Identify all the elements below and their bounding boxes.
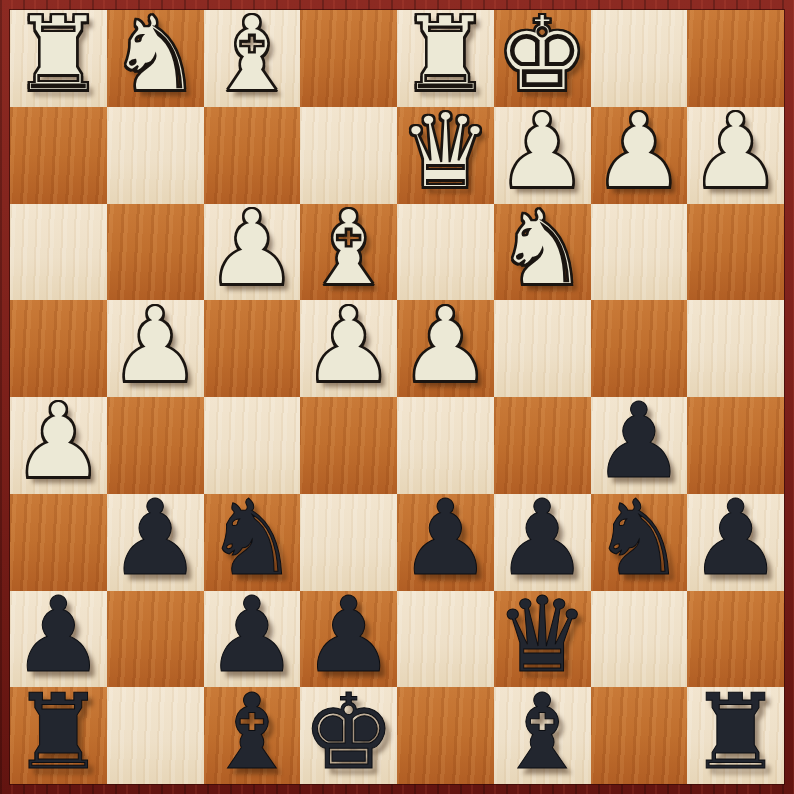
square-e1[interactable]	[300, 10, 397, 107]
square-g6[interactable]: ♟	[107, 494, 204, 591]
square-b5[interactable]: ♟	[591, 397, 688, 494]
square-a7[interactable]	[687, 591, 784, 688]
square-h6[interactable]	[10, 494, 107, 591]
white-knight[interactable]: ♞	[109, 10, 202, 106]
square-c6[interactable]: ♟	[494, 494, 591, 591]
square-b7[interactable]	[591, 591, 688, 688]
square-c4[interactable]	[494, 300, 591, 397]
square-g3[interactable]	[107, 204, 204, 301]
square-f3[interactable]: ♟	[204, 204, 301, 301]
square-g4[interactable]: ♟	[107, 300, 204, 397]
white-bishop[interactable]: ♝	[205, 10, 298, 106]
square-d5[interactable]	[397, 397, 494, 494]
square-b2[interactable]: ♟	[591, 107, 688, 204]
square-h3[interactable]	[10, 204, 107, 301]
white-pawn[interactable]: ♟	[399, 300, 492, 396]
square-d7[interactable]	[397, 591, 494, 688]
square-d1[interactable]: ♜	[397, 10, 494, 107]
square-f4[interactable]	[204, 300, 301, 397]
black-bishop[interactable]: ♝	[205, 687, 298, 783]
square-a5[interactable]	[687, 397, 784, 494]
square-f7[interactable]: ♟	[204, 591, 301, 688]
square-a6[interactable]: ♟	[687, 494, 784, 591]
black-knight[interactable]: ♞	[592, 494, 685, 590]
square-a4[interactable]	[687, 300, 784, 397]
square-f8[interactable]: ♝	[204, 687, 301, 784]
square-h2[interactable]	[10, 107, 107, 204]
white-pawn[interactable]: ♟	[205, 204, 298, 300]
square-b1[interactable]	[591, 10, 688, 107]
white-pawn[interactable]: ♟	[496, 107, 589, 203]
square-b3[interactable]	[591, 204, 688, 301]
white-bishop[interactable]: ♝	[302, 204, 395, 300]
square-e2[interactable]	[300, 107, 397, 204]
white-pawn[interactable]: ♟	[109, 300, 202, 396]
square-d6[interactable]: ♟	[397, 494, 494, 591]
square-b8[interactable]	[591, 687, 688, 784]
black-rook[interactable]: ♜	[12, 687, 105, 783]
white-pawn[interactable]: ♟	[302, 300, 395, 396]
square-a3[interactable]	[687, 204, 784, 301]
square-c1[interactable]: ♚	[494, 10, 591, 107]
square-f6[interactable]: ♞	[204, 494, 301, 591]
square-h7[interactable]: ♟	[10, 591, 107, 688]
black-rook[interactable]: ♜	[689, 687, 782, 783]
square-d2[interactable]: ♛	[397, 107, 494, 204]
black-king[interactable]: ♚	[302, 687, 395, 783]
square-c7[interactable]: ♛	[494, 591, 591, 688]
white-king[interactable]: ♚	[496, 10, 589, 106]
black-pawn[interactable]: ♟	[496, 494, 589, 590]
white-knight[interactable]: ♞	[496, 204, 589, 300]
white-pawn[interactable]: ♟	[12, 397, 105, 493]
black-pawn[interactable]: ♟	[109, 494, 202, 590]
black-pawn[interactable]: ♟	[399, 494, 492, 590]
square-e8[interactable]: ♚	[300, 687, 397, 784]
square-h4[interactable]	[10, 300, 107, 397]
white-rook[interactable]: ♜	[12, 10, 105, 106]
square-e5[interactable]	[300, 397, 397, 494]
black-knight[interactable]: ♞	[205, 494, 298, 590]
square-g8[interactable]	[107, 687, 204, 784]
square-a8[interactable]: ♜	[687, 687, 784, 784]
square-f5[interactable]	[204, 397, 301, 494]
square-g7[interactable]	[107, 591, 204, 688]
square-f1[interactable]: ♝	[204, 10, 301, 107]
black-pawn[interactable]: ♟	[205, 591, 298, 687]
square-h8[interactable]: ♜	[10, 687, 107, 784]
board-frame: ♜♞♝♜♚♛♟♟♟♟♝♞♟♟♟♟♟♟♞♟♟♞♟♟♟♟♛♜♝♚♝♜	[0, 0, 794, 794]
square-d3[interactable]	[397, 204, 494, 301]
square-d8[interactable]	[397, 687, 494, 784]
white-pawn[interactable]: ♟	[592, 107, 685, 203]
black-pawn[interactable]: ♟	[592, 397, 685, 493]
black-pawn[interactable]: ♟	[12, 591, 105, 687]
white-rook[interactable]: ♜	[399, 10, 492, 106]
black-bishop[interactable]: ♝	[496, 687, 589, 783]
square-h5[interactable]: ♟	[10, 397, 107, 494]
square-c3[interactable]: ♞	[494, 204, 591, 301]
square-g5[interactable]	[107, 397, 204, 494]
square-g1[interactable]: ♞	[107, 10, 204, 107]
square-e6[interactable]	[300, 494, 397, 591]
square-c8[interactable]: ♝	[494, 687, 591, 784]
square-f2[interactable]	[204, 107, 301, 204]
square-a1[interactable]	[687, 10, 784, 107]
square-g2[interactable]	[107, 107, 204, 204]
square-h1[interactable]: ♜	[10, 10, 107, 107]
square-c2[interactable]: ♟	[494, 107, 591, 204]
chessboard: ♜♞♝♜♚♛♟♟♟♟♝♞♟♟♟♟♟♟♞♟♟♞♟♟♟♟♛♜♝♚♝♜	[10, 10, 784, 784]
square-a2[interactable]: ♟	[687, 107, 784, 204]
square-e4[interactable]: ♟	[300, 300, 397, 397]
square-b6[interactable]: ♞	[591, 494, 688, 591]
square-e3[interactable]: ♝	[300, 204, 397, 301]
square-d4[interactable]: ♟	[397, 300, 494, 397]
white-pawn[interactable]: ♟	[689, 107, 782, 203]
white-queen[interactable]: ♛	[399, 107, 492, 203]
square-e7[interactable]: ♟	[300, 591, 397, 688]
black-pawn[interactable]: ♟	[302, 591, 395, 687]
square-c5[interactable]	[494, 397, 591, 494]
square-b4[interactable]	[591, 300, 688, 397]
black-pawn[interactable]: ♟	[689, 494, 782, 590]
black-queen[interactable]: ♛	[496, 591, 589, 687]
